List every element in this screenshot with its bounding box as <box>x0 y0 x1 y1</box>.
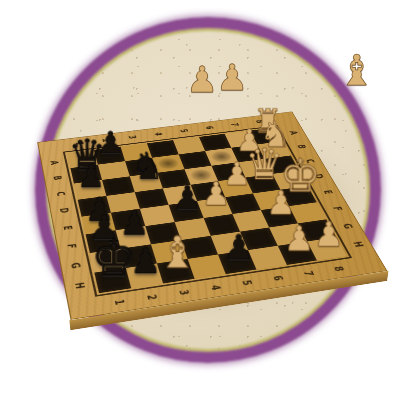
bishop-glyph: ♝ <box>157 230 196 274</box>
pawn-glyph: ♟ <box>313 217 344 251</box>
photo-scene: 1122334455667788AABBCCDDEEFFGGHH ♟♜♛♟♞♟♞… <box>0 0 400 400</box>
pawn-glyph: ♟ <box>266 186 295 219</box>
coordinate-label-A: A <box>48 160 59 165</box>
pawn-glyph: ♟ <box>172 181 201 214</box>
king-glyph: ♚ <box>90 232 136 283</box>
pawn-glyph: ♟ <box>223 230 254 265</box>
pawn-glyph: ♟ <box>283 221 314 255</box>
coordinate-label-D: D <box>312 173 325 179</box>
coordinate-label-A: A <box>287 130 299 135</box>
coordinate-label-E: E <box>321 189 334 194</box>
pawn-glyph: ♟ <box>201 177 230 209</box>
